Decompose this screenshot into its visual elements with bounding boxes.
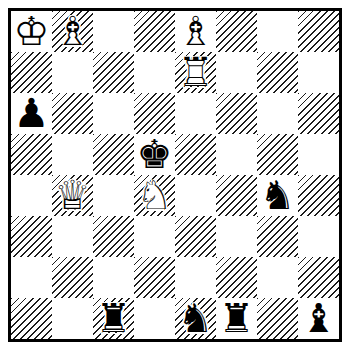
square-b2[interactable] [52, 257, 93, 298]
piece-black-king: ♚ [134, 134, 175, 175]
square-h6[interactable] [298, 93, 339, 134]
square-d8[interactable] [134, 11, 175, 52]
square-e6[interactable] [175, 93, 216, 134]
square-g4[interactable]: ♞ [257, 175, 298, 216]
square-f8[interactable] [216, 11, 257, 52]
piece-black-rook: ♜ [93, 298, 134, 339]
square-c1[interactable]: ♜ [93, 298, 134, 339]
square-b1[interactable] [52, 298, 93, 339]
square-f1[interactable]: ♜ [216, 298, 257, 339]
square-f3[interactable] [216, 216, 257, 257]
square-c3[interactable] [93, 216, 134, 257]
square-g5[interactable] [257, 134, 298, 175]
square-e4[interactable] [175, 175, 216, 216]
square-e5[interactable] [175, 134, 216, 175]
square-f2[interactable] [216, 257, 257, 298]
square-a3[interactable] [11, 216, 52, 257]
square-d4[interactable]: ♞♘ [134, 175, 175, 216]
square-g3[interactable] [257, 216, 298, 257]
square-a5[interactable] [11, 134, 52, 175]
square-a1[interactable] [11, 298, 52, 339]
square-d5[interactable]: ♚ [134, 134, 175, 175]
square-g2[interactable] [257, 257, 298, 298]
square-f5[interactable] [216, 134, 257, 175]
square-d3[interactable] [134, 216, 175, 257]
square-d7[interactable] [134, 52, 175, 93]
square-c6[interactable] [93, 93, 134, 134]
square-a2[interactable] [11, 257, 52, 298]
square-b8[interactable]: ♝♗ [52, 11, 93, 52]
piece-black-pawn: ♟ [11, 93, 52, 134]
piece-black-bishop: ♝ [298, 298, 339, 339]
square-f7[interactable] [216, 52, 257, 93]
square-d1[interactable] [134, 298, 175, 339]
square-b6[interactable] [52, 93, 93, 134]
piece-white-rook: ♜♖ [175, 52, 216, 93]
square-h4[interactable] [298, 175, 339, 216]
square-a7[interactable] [11, 52, 52, 93]
square-e8[interactable]: ♝♗ [175, 11, 216, 52]
square-h2[interactable] [298, 257, 339, 298]
square-e3[interactable] [175, 216, 216, 257]
piece-white-bishop: ♝♗ [175, 11, 216, 52]
board-grid: ♚♔♝♗♝♗♜♖♟♚♛♕♞♘♞♜♞♜♝ [11, 11, 339, 339]
square-g1[interactable] [257, 298, 298, 339]
square-c5[interactable] [93, 134, 134, 175]
square-c8[interactable] [93, 11, 134, 52]
square-e1[interactable]: ♞ [175, 298, 216, 339]
piece-white-knight: ♞♘ [134, 175, 175, 216]
chess-diagram: ♚♔♝♗♝♗♜♖♟♚♛♕♞♘♞♜♞♜♝ [0, 0, 350, 350]
square-h8[interactable] [298, 11, 339, 52]
square-e2[interactable] [175, 257, 216, 298]
square-c7[interactable] [93, 52, 134, 93]
square-g8[interactable] [257, 11, 298, 52]
piece-black-knight: ♞ [257, 175, 298, 216]
square-h1[interactable]: ♝ [298, 298, 339, 339]
square-f4[interactable] [216, 175, 257, 216]
piece-white-queen: ♛♕ [52, 175, 93, 216]
piece-white-king: ♚♔ [11, 11, 52, 52]
square-d2[interactable] [134, 257, 175, 298]
square-b3[interactable] [52, 216, 93, 257]
square-h5[interactable] [298, 134, 339, 175]
square-b7[interactable] [52, 52, 93, 93]
square-a6[interactable]: ♟ [11, 93, 52, 134]
square-a4[interactable] [11, 175, 52, 216]
square-f6[interactable] [216, 93, 257, 134]
piece-black-knight: ♞ [175, 298, 216, 339]
square-c4[interactable] [93, 175, 134, 216]
square-h3[interactable] [298, 216, 339, 257]
square-b4[interactable]: ♛♕ [52, 175, 93, 216]
square-g7[interactable] [257, 52, 298, 93]
square-c2[interactable] [93, 257, 134, 298]
square-a8[interactable]: ♚♔ [11, 11, 52, 52]
square-g6[interactable] [257, 93, 298, 134]
square-e7[interactable]: ♜♖ [175, 52, 216, 93]
square-b5[interactable] [52, 134, 93, 175]
square-h7[interactable] [298, 52, 339, 93]
piece-white-bishop: ♝♗ [52, 11, 93, 52]
board-border: ♚♔♝♗♝♗♜♖♟♚♛♕♞♘♞♜♞♜♝ [8, 8, 342, 342]
square-d6[interactable] [134, 93, 175, 134]
piece-black-rook: ♜ [216, 298, 257, 339]
